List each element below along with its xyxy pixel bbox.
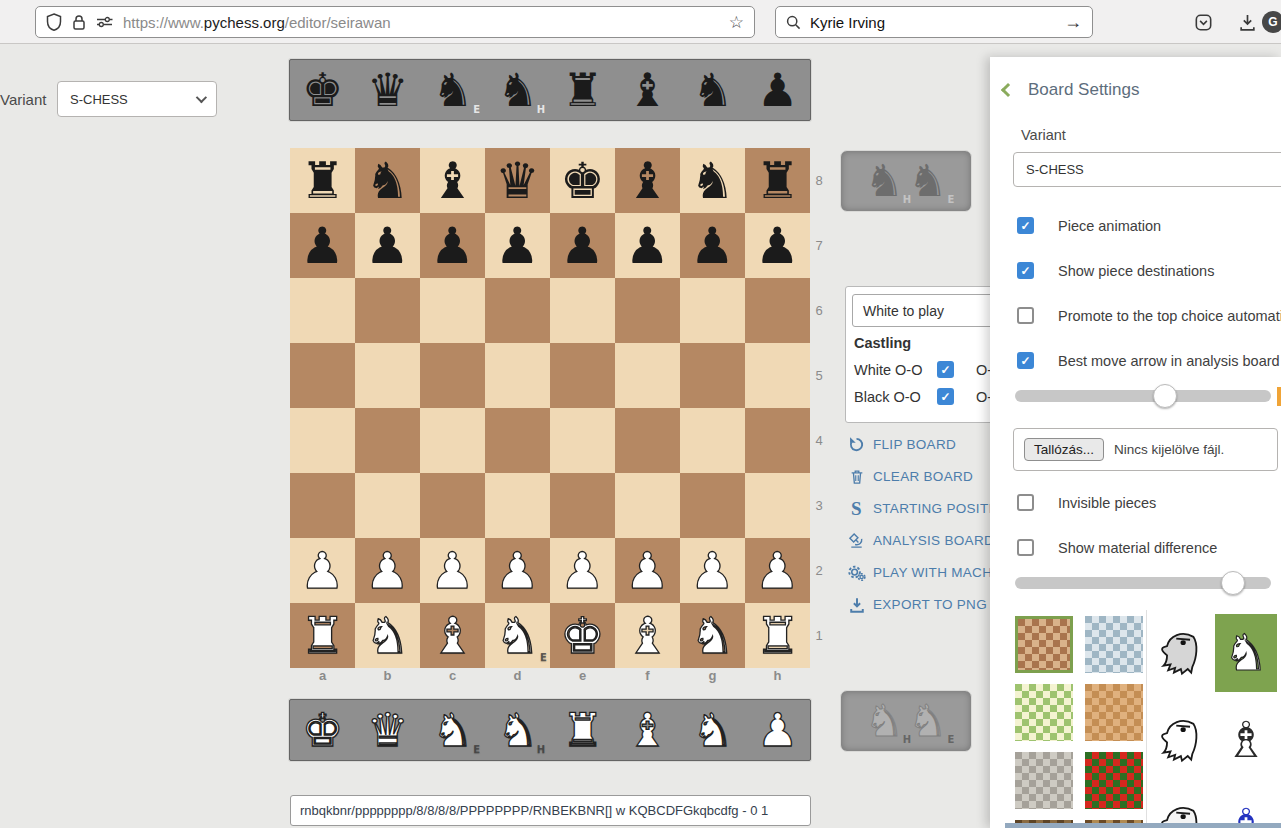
square-a7[interactable]: ♟ bbox=[290, 213, 355, 278]
search-bar[interactable]: → bbox=[775, 6, 1093, 38]
fairy-piece-badge: E bbox=[473, 745, 480, 755]
lock-icon[interactable] bbox=[72, 14, 86, 31]
black-pawn: ♟ bbox=[560, 221, 605, 271]
board-zoom-slider[interactable] bbox=[1015, 390, 1271, 402]
square-g1[interactable]: ♞ bbox=[680, 603, 745, 668]
file-label-f: f bbox=[615, 668, 680, 686]
square-g8[interactable]: ♞ bbox=[680, 148, 745, 213]
square-f2[interactable]: ♟ bbox=[615, 538, 680, 603]
white-hawk: ♞H bbox=[497, 707, 538, 753]
white-pawn: ♟ bbox=[690, 546, 735, 596]
rank-label-1: 1 bbox=[810, 603, 828, 668]
tray-white-king[interactable]: ♚ bbox=[290, 700, 355, 760]
black-rook: ♜ bbox=[562, 67, 603, 113]
tray-black-rook[interactable]: ♜ bbox=[550, 60, 615, 120]
action-label: EXPORT TO PNG bbox=[873, 597, 987, 612]
castling-label: White O-O bbox=[854, 362, 937, 378]
square-c4[interactable] bbox=[420, 408, 485, 473]
castling-label: Black O-O bbox=[854, 389, 937, 405]
white-pawn: ♟ bbox=[365, 546, 410, 596]
bishop-white-glyph: ♗ bbox=[1224, 715, 1269, 765]
setting-promote-to-the-top-choice-automatically: Promote to the top choice automatically bbox=[1017, 307, 1281, 324]
white-rook: ♜ bbox=[300, 611, 345, 661]
black-bishop: ♝ bbox=[625, 156, 670, 206]
square-b5[interactable] bbox=[355, 343, 420, 408]
panel-variant-value: S-CHESS bbox=[1026, 162, 1084, 177]
file-label-g: g bbox=[680, 668, 745, 686]
board-theme-grid bbox=[1015, 616, 1145, 828]
file-status-text: Nincs kijelölve fájl. bbox=[1114, 442, 1224, 457]
checkbox-unchecked[interactable] bbox=[1017, 494, 1034, 511]
microscope-icon bbox=[847, 532, 866, 549]
square-c8[interactable]: ♝ bbox=[420, 148, 485, 213]
setting-label: Show piece destinations bbox=[1058, 263, 1214, 279]
settings-checkbox-group-2: Invisible piecesShow material difference bbox=[1017, 494, 1217, 556]
square-b2[interactable]: ♟ bbox=[355, 538, 420, 603]
setting-best-move-arrow-in-analysis-board: ✓Best move arrow in analysis board bbox=[1017, 352, 1281, 369]
square-f3[interactable] bbox=[615, 473, 680, 538]
white-pawn: ♟ bbox=[495, 546, 540, 596]
square-a8[interactable]: ♜ bbox=[290, 148, 355, 213]
rank-label-8: 8 bbox=[810, 148, 828, 213]
tray-white-elephant[interactable]: ♞E bbox=[420, 700, 485, 760]
white-bishop: ♝ bbox=[625, 611, 670, 661]
pocket-icon[interactable] bbox=[1192, 11, 1214, 33]
tray-white-rook[interactable]: ♜ bbox=[550, 700, 615, 760]
square-h3[interactable] bbox=[745, 473, 810, 538]
file-label-c: c bbox=[420, 668, 485, 686]
square-b4[interactable] bbox=[355, 408, 420, 473]
white-knight: ♞ bbox=[692, 707, 733, 753]
tray-white-hawk[interactable]: ♞H bbox=[485, 700, 550, 760]
square-h2[interactable]: ♟ bbox=[745, 538, 810, 603]
side-to-move-value: White to play bbox=[863, 303, 944, 319]
file-label-e: e bbox=[550, 668, 615, 686]
setting-label: Piece animation bbox=[1058, 218, 1161, 234]
square-c5[interactable] bbox=[420, 343, 485, 408]
square-e3[interactable] bbox=[550, 473, 615, 538]
search-icon bbox=[786, 15, 801, 30]
piece-set-merida-hawk[interactable]: ♞ bbox=[1215, 614, 1277, 692]
square-e7[interactable]: ♟ bbox=[550, 213, 615, 278]
square-a5[interactable] bbox=[290, 343, 355, 408]
tray-white-pawn[interactable]: ♟ bbox=[745, 700, 810, 760]
square-h4[interactable] bbox=[745, 408, 810, 473]
partial-element-edge bbox=[1005, 823, 1281, 828]
rank-label-2: 2 bbox=[810, 538, 828, 603]
square-g5[interactable] bbox=[680, 343, 745, 408]
file-label-a: a bbox=[290, 668, 355, 686]
black-pawn: ♟ bbox=[430, 221, 475, 271]
black-hawk: ♞H bbox=[497, 67, 538, 113]
black-pawn: ♟ bbox=[495, 221, 540, 271]
square-f8[interactable]: ♝ bbox=[615, 148, 680, 213]
black-knight: ♞ bbox=[690, 156, 735, 206]
square-g3[interactable] bbox=[680, 473, 745, 538]
square-g4[interactable] bbox=[680, 408, 745, 473]
tray-black-queen[interactable]: ♛ bbox=[355, 60, 420, 120]
merida-hawk-glyph: ♞ bbox=[1224, 628, 1269, 678]
bookmark-star-icon[interactable]: ☆ bbox=[729, 12, 744, 33]
black-bishop: ♝ bbox=[627, 67, 668, 113]
square-d4[interactable] bbox=[485, 408, 550, 473]
board-theme-christmas[interactable] bbox=[1085, 752, 1143, 809]
checkbox-checked[interactable]: ✓ bbox=[937, 388, 954, 405]
setting-label: Show material difference bbox=[1058, 540, 1217, 556]
square-d6[interactable] bbox=[485, 278, 550, 343]
square-e4[interactable] bbox=[550, 408, 615, 473]
square-e5[interactable] bbox=[550, 343, 615, 408]
black-piece-tray: ♚♛♞E♞H♜♝♞♟ bbox=[289, 59, 811, 121]
download-icon[interactable] bbox=[1236, 11, 1258, 33]
divider bbox=[1146, 610, 1147, 828]
gears-icon bbox=[847, 564, 866, 582]
white-bishop: ♝ bbox=[430, 611, 475, 661]
setting-invisible-pieces: Invisible pieces bbox=[1017, 494, 1217, 511]
white-pocket[interactable]: ♞H♞E bbox=[840, 690, 972, 752]
square-c6[interactable] bbox=[420, 278, 485, 343]
tray-white-queen[interactable]: ♛ bbox=[355, 700, 420, 760]
black-elephant: ♞E bbox=[432, 67, 473, 113]
search-input[interactable] bbox=[810, 14, 1055, 31]
variant-value: S-CHESS bbox=[70, 92, 128, 107]
square-g7[interactable]: ♟ bbox=[680, 213, 745, 278]
board-settings-panel: Board Settings Variant S-CHESS ✓Piece an… bbox=[990, 57, 1281, 828]
black-rook: ♜ bbox=[755, 156, 800, 206]
square-c1[interactable]: ♝ bbox=[420, 603, 485, 668]
white-pawn: ♟ bbox=[625, 546, 670, 596]
tray-black-pawn[interactable]: ♟ bbox=[745, 60, 810, 120]
square-b8[interactable]: ♞ bbox=[355, 148, 420, 213]
square-e6[interactable] bbox=[550, 278, 615, 343]
go-arrow-icon[interactable]: → bbox=[1064, 12, 1082, 33]
square-a2[interactable]: ♟ bbox=[290, 538, 355, 603]
square-d5[interactable] bbox=[485, 343, 550, 408]
setting-piece-animation: ✓Piece animation bbox=[1017, 217, 1281, 234]
trash-icon bbox=[847, 468, 866, 485]
fairy-piece-badge: E bbox=[948, 735, 955, 745]
white-rook: ♜ bbox=[562, 707, 603, 753]
slider-thumb[interactable] bbox=[1153, 384, 1177, 408]
square-a4[interactable] bbox=[290, 408, 355, 473]
square-e2[interactable]: ♟ bbox=[550, 538, 615, 603]
square-g2[interactable]: ♟ bbox=[680, 538, 745, 603]
white-elephant: ♞E bbox=[432, 707, 473, 753]
tracking-shield-icon[interactable] bbox=[46, 13, 62, 31]
square-d1[interactable]: ♞E bbox=[485, 603, 550, 668]
square-d7[interactable]: ♟ bbox=[485, 213, 550, 278]
checkbox-checked[interactable]: ✓ bbox=[1017, 352, 1034, 369]
tray-white-knight[interactable]: ♞ bbox=[680, 700, 745, 760]
back-chevron-icon[interactable] bbox=[1001, 83, 1015, 97]
white-pawn: ♟ bbox=[430, 546, 475, 596]
browser-toolbar: https://www.pychess.org/editor/seirawan … bbox=[0, 0, 1281, 44]
action-label: FLIP BOARD bbox=[873, 437, 956, 452]
black-knight: ♞ bbox=[692, 67, 733, 113]
fairy-piece-badge: E bbox=[473, 105, 480, 115]
fairy-piece-badge: H bbox=[537, 745, 545, 755]
white-pawn: ♟ bbox=[757, 707, 798, 753]
white-hawk: ♞H bbox=[865, 699, 904, 743]
square-b7[interactable]: ♟ bbox=[355, 213, 420, 278]
piece-set-bishop-white[interactable]: ♗ bbox=[1215, 701, 1277, 779]
board-theme-brown[interactable] bbox=[1015, 616, 1073, 673]
rank-labels: 87654321 bbox=[810, 148, 828, 668]
square-b3[interactable] bbox=[355, 473, 420, 538]
action-label: ANALYSIS BOARD bbox=[873, 533, 994, 548]
square-b1[interactable]: ♞ bbox=[355, 603, 420, 668]
file-labels: abcdefgh bbox=[290, 668, 810, 686]
square-c2[interactable]: ♟ bbox=[420, 538, 485, 603]
square-a3[interactable] bbox=[290, 473, 355, 538]
board-theme-blue[interactable] bbox=[1085, 616, 1143, 673]
white-pawn: ♟ bbox=[560, 546, 605, 596]
white-elephant: ♞E bbox=[495, 611, 540, 661]
square-f1[interactable]: ♝ bbox=[615, 603, 680, 668]
fen-input[interactable]: rnbqkbnr/pppppppp/8/8/8/8/PPPPPPPP/RNBEK… bbox=[290, 795, 811, 826]
square-h8[interactable]: ♜ bbox=[745, 148, 810, 213]
rank-label-7: 7 bbox=[810, 213, 828, 278]
eagle-head-icon bbox=[1159, 630, 1205, 676]
black-pawn: ♟ bbox=[365, 221, 410, 271]
file-label-d: d bbox=[485, 668, 550, 686]
square-a6[interactable] bbox=[290, 278, 355, 343]
variant-label: Variant bbox=[0, 91, 46, 108]
chevron-down-icon bbox=[196, 92, 207, 103]
white-bishop: ♝ bbox=[627, 707, 668, 753]
square-f7[interactable]: ♟ bbox=[615, 213, 680, 278]
pychess-editor-screen: https://www.pychess.org/editor/seirawan … bbox=[0, 0, 1281, 828]
square-h1[interactable]: ♜ bbox=[745, 603, 810, 668]
panel-variant-select[interactable]: S-CHESS bbox=[1013, 152, 1281, 187]
board-theme-gray[interactable] bbox=[1015, 752, 1073, 809]
url-text: https://www.pychess.org/editor/seirawan bbox=[123, 14, 719, 31]
chess-board: ♜♞♝♛♚♝♞♜♟♟♟♟♟♟♟♟♟♟♟♟♟♟♟♟♜♞♝♞E♚♝♞♜ bbox=[290, 148, 810, 668]
black-pocket[interactable]: ♞H♞E bbox=[840, 150, 972, 212]
tray-white-bishop[interactable]: ♝ bbox=[615, 700, 680, 760]
square-h7[interactable]: ♟ bbox=[745, 213, 810, 278]
black-hawk: ♞H bbox=[865, 159, 904, 203]
rank-label-6: 6 bbox=[810, 278, 828, 343]
fairy-piece-badge: E bbox=[540, 653, 547, 663]
tray-black-bishop[interactable]: ♝ bbox=[615, 60, 680, 120]
variant-select[interactable]: S-CHESS bbox=[57, 81, 217, 117]
black-pawn: ♟ bbox=[757, 67, 798, 113]
black-pawn: ♟ bbox=[625, 221, 670, 271]
white-queen: ♛ bbox=[367, 707, 408, 753]
profile-avatar[interactable]: G bbox=[1262, 11, 1281, 33]
panel-variant-label: Variant bbox=[1021, 127, 1066, 143]
rank-label-4: 4 bbox=[810, 408, 828, 473]
square-d2[interactable]: ♟ bbox=[485, 538, 550, 603]
settings-checkbox-group-1: ✓Piece animation✓Show piece destinations… bbox=[1017, 217, 1281, 369]
piece-set-eagle-partial[interactable] bbox=[1153, 788, 1211, 828]
white-knight: ♞ bbox=[365, 611, 410, 661]
piece-set-grid: ♞♗♗ bbox=[1153, 614, 1279, 828]
black-elephant: ♞E bbox=[908, 159, 947, 203]
checkbox-checked[interactable]: ✓ bbox=[1017, 262, 1034, 279]
fairy-piece-badge: H bbox=[537, 105, 545, 115]
action-label: CLEAR BOARD bbox=[873, 469, 973, 484]
square-f5[interactable] bbox=[615, 343, 680, 408]
browse-button[interactable]: Tallózás... bbox=[1024, 438, 1104, 461]
piece-set-eagle-shaded[interactable] bbox=[1153, 614, 1211, 692]
eagle-head-icon bbox=[1159, 717, 1205, 763]
black-king: ♚ bbox=[302, 67, 343, 113]
slider-thumb[interactable] bbox=[1221, 571, 1245, 595]
square-d3[interactable] bbox=[485, 473, 550, 538]
square-f6[interactable] bbox=[615, 278, 680, 343]
checkbox-unchecked[interactable] bbox=[1017, 539, 1034, 556]
square-e8[interactable]: ♚ bbox=[550, 148, 615, 213]
square-d8[interactable]: ♛ bbox=[485, 148, 550, 213]
tray-black-king[interactable]: ♚ bbox=[290, 60, 355, 120]
setting-label: Invisible pieces bbox=[1058, 495, 1156, 511]
white-knight: ♞ bbox=[690, 611, 735, 661]
setting-label: Promote to the top choice automatically bbox=[1058, 308, 1281, 324]
board-theme-green[interactable] bbox=[1015, 684, 1073, 741]
black-pawn: ♟ bbox=[755, 221, 800, 271]
white-king: ♚ bbox=[302, 707, 343, 753]
square-g6[interactable] bbox=[680, 278, 745, 343]
checkbox-checked[interactable]: ✓ bbox=[1017, 217, 1034, 234]
file-label-b: b bbox=[355, 668, 420, 686]
black-knight: ♞ bbox=[365, 156, 410, 206]
background-file-input[interactable]: Tallózás... Nincs kijelölve fájl. bbox=[1013, 428, 1278, 471]
black-queen: ♛ bbox=[367, 67, 408, 113]
piece-set-eagle-outline[interactable] bbox=[1153, 701, 1211, 779]
checkbox-checked[interactable]: ✓ bbox=[937, 361, 954, 378]
piece-size-slider[interactable] bbox=[1015, 577, 1271, 589]
url-bar[interactable]: https://www.pychess.org/editor/seirawan … bbox=[35, 6, 755, 38]
square-a1[interactable]: ♜ bbox=[290, 603, 355, 668]
square-c7[interactable]: ♟ bbox=[420, 213, 485, 278]
black-pawn: ♟ bbox=[690, 221, 735, 271]
panel-title: Board Settings bbox=[1028, 80, 1140, 100]
square-e1[interactable]: ♚ bbox=[550, 603, 615, 668]
black-rook: ♜ bbox=[300, 156, 345, 206]
rank-label-5: 5 bbox=[810, 343, 828, 408]
square-h5[interactable] bbox=[745, 343, 810, 408]
file-label-h: h bbox=[745, 668, 810, 686]
checkbox-unchecked[interactable] bbox=[1017, 307, 1034, 324]
square-c3[interactable] bbox=[420, 473, 485, 538]
square-f4[interactable] bbox=[615, 408, 680, 473]
permissions-icon[interactable] bbox=[96, 15, 113, 29]
piece-set-bishop-blue[interactable]: ♗ bbox=[1215, 788, 1277, 828]
black-bishop: ♝ bbox=[430, 156, 475, 206]
square-h6[interactable] bbox=[745, 278, 810, 343]
white-pawn: ♟ bbox=[755, 546, 800, 596]
tray-black-hawk[interactable]: ♞H bbox=[485, 60, 550, 120]
download-icon bbox=[847, 597, 866, 613]
black-queen: ♛ bbox=[495, 156, 540, 206]
tray-black-elephant[interactable]: ♞E bbox=[420, 60, 485, 120]
s-icon: S bbox=[847, 498, 866, 520]
white-piece-tray: ♚♛♞E♞H♜♝♞♟ bbox=[289, 699, 811, 761]
setting-show-piece-destinations: ✓Show piece destinations bbox=[1017, 262, 1281, 279]
setting-label: Best move arrow in analysis board bbox=[1058, 353, 1280, 369]
white-king: ♚ bbox=[560, 611, 605, 661]
white-elephant: ♞E bbox=[908, 699, 947, 743]
black-king: ♚ bbox=[560, 156, 605, 206]
tray-black-knight[interactable]: ♞ bbox=[680, 60, 745, 120]
white-pawn: ♟ bbox=[300, 546, 345, 596]
white-rook: ♜ bbox=[755, 611, 800, 661]
board-theme-wood[interactable] bbox=[1085, 684, 1143, 741]
rank-label-3: 3 bbox=[810, 473, 828, 538]
fen-text: rnbqkbnr/pppppppp/8/8/8/8/PPPPPPPP/RNBEK… bbox=[300, 803, 768, 818]
fairy-piece-badge: E bbox=[948, 195, 955, 205]
flip-icon bbox=[847, 436, 866, 453]
setting-show-material-difference: Show material difference bbox=[1017, 539, 1217, 556]
square-b6[interactable] bbox=[355, 278, 420, 343]
scroll-indicator bbox=[1277, 387, 1281, 406]
black-pawn: ♟ bbox=[300, 221, 345, 271]
